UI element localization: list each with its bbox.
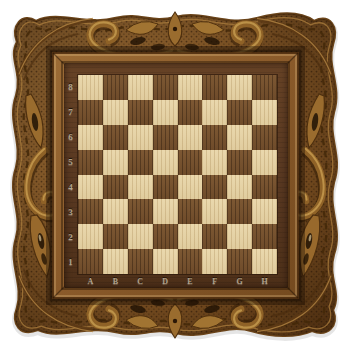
square-a5[interactable] xyxy=(78,150,103,175)
square-c1[interactable] xyxy=(128,249,153,274)
square-c5[interactable] xyxy=(128,150,153,175)
rank-label-7: 7 xyxy=(63,100,78,125)
square-e2[interactable] xyxy=(178,224,203,249)
file-label-c: C xyxy=(128,275,153,287)
square-c6[interactable] xyxy=(128,125,153,150)
square-h7[interactable] xyxy=(252,100,277,125)
square-b2[interactable] xyxy=(103,224,128,249)
file-label-f: F xyxy=(202,275,227,287)
square-g5[interactable] xyxy=(227,150,252,175)
square-h3[interactable] xyxy=(252,199,277,224)
rank-label-4: 4 xyxy=(63,175,78,200)
square-e7[interactable] xyxy=(178,100,203,125)
rank-label-3: 3 xyxy=(63,199,78,224)
square-g3[interactable] xyxy=(227,199,252,224)
square-a8[interactable] xyxy=(78,75,103,100)
square-c8[interactable] xyxy=(128,75,153,100)
square-a1[interactable] xyxy=(78,249,103,274)
square-d4[interactable] xyxy=(153,175,178,200)
square-d7[interactable] xyxy=(153,100,178,125)
square-h4[interactable] xyxy=(252,175,277,200)
square-d6[interactable] xyxy=(153,125,178,150)
file-labels: ABCDEFGH xyxy=(78,275,277,287)
square-f3[interactable] xyxy=(202,199,227,224)
file-label-e: E xyxy=(178,275,203,287)
square-g2[interactable] xyxy=(227,224,252,249)
square-f4[interactable] xyxy=(202,175,227,200)
square-g7[interactable] xyxy=(227,100,252,125)
square-g6[interactable] xyxy=(227,125,252,150)
square-a2[interactable] xyxy=(78,224,103,249)
square-d1[interactable] xyxy=(153,249,178,274)
square-f5[interactable] xyxy=(202,150,227,175)
rank-labels: 87654321 xyxy=(63,75,78,274)
square-g1[interactable] xyxy=(227,249,252,274)
rank-label-2: 2 xyxy=(63,224,78,249)
square-f7[interactable] xyxy=(202,100,227,125)
square-c3[interactable] xyxy=(128,199,153,224)
square-b3[interactable] xyxy=(103,199,128,224)
square-e6[interactable] xyxy=(178,125,203,150)
square-d5[interactable] xyxy=(153,150,178,175)
rank-label-1: 1 xyxy=(63,249,78,274)
square-h6[interactable] xyxy=(252,125,277,150)
square-e1[interactable] xyxy=(178,249,203,274)
square-b7[interactable] xyxy=(103,100,128,125)
square-f6[interactable] xyxy=(202,125,227,150)
square-c2[interactable] xyxy=(128,224,153,249)
square-a7[interactable] xyxy=(78,100,103,125)
file-label-h: H xyxy=(252,275,277,287)
square-d2[interactable] xyxy=(153,224,178,249)
file-label-a: A xyxy=(78,275,103,287)
square-h1[interactable] xyxy=(252,249,277,274)
square-h8[interactable] xyxy=(252,75,277,100)
file-label-b: B xyxy=(103,275,128,287)
square-a6[interactable] xyxy=(78,125,103,150)
square-h5[interactable] xyxy=(252,150,277,175)
square-d3[interactable] xyxy=(153,199,178,224)
square-a4[interactable] xyxy=(78,175,103,200)
square-b1[interactable] xyxy=(103,249,128,274)
file-label-d: D xyxy=(153,275,178,287)
square-e5[interactable] xyxy=(178,150,203,175)
rank-label-5: 5 xyxy=(63,150,78,175)
square-b6[interactable] xyxy=(103,125,128,150)
rank-label-8: 8 xyxy=(63,75,78,100)
square-a3[interactable] xyxy=(78,199,103,224)
square-e3[interactable] xyxy=(178,199,203,224)
square-c4[interactable] xyxy=(128,175,153,200)
file-label-g: G xyxy=(227,275,252,287)
square-f8[interactable] xyxy=(202,75,227,100)
square-b5[interactable] xyxy=(103,150,128,175)
carved-wooden-chessboard: 87654321 ABCDEFGH xyxy=(0,0,350,350)
square-h2[interactable] xyxy=(252,224,277,249)
square-b4[interactable] xyxy=(103,175,128,200)
square-g4[interactable] xyxy=(227,175,252,200)
square-f2[interactable] xyxy=(202,224,227,249)
square-b8[interactable] xyxy=(103,75,128,100)
square-e4[interactable] xyxy=(178,175,203,200)
square-c7[interactable] xyxy=(128,100,153,125)
square-d8[interactable] xyxy=(153,75,178,100)
square-e8[interactable] xyxy=(178,75,203,100)
chessboard-grid xyxy=(78,75,277,274)
square-g8[interactable] xyxy=(227,75,252,100)
square-f1[interactable] xyxy=(202,249,227,274)
rank-label-6: 6 xyxy=(63,125,78,150)
